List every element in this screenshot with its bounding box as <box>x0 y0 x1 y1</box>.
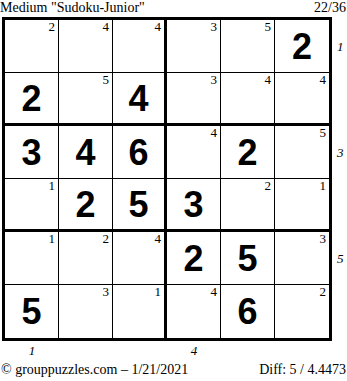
col-label-4: 4 <box>188 343 200 358</box>
big-digit: 3 <box>167 179 220 229</box>
page-footer: © grouppuzzles.com – 1/21/2021 Diff: 5 /… <box>0 362 347 378</box>
cell-r5c5[interactable]: 5 <box>221 232 275 285</box>
cell-r6c2[interactable]: 3 <box>59 285 113 338</box>
cell-r6c4[interactable]: 4 <box>167 285 221 338</box>
cell-r3c3[interactable]: 6 <box>113 126 167 179</box>
board-area: 244352254344346425125321124253531462 135… <box>2 17 332 341</box>
big-digit: 4 <box>113 73 164 123</box>
cell-r5c1[interactable]: 1 <box>5 232 59 285</box>
col-label-1: 1 <box>26 343 38 358</box>
small-mark: 1 <box>49 178 56 194</box>
cell-r5c6[interactable]: 3 <box>275 232 329 285</box>
cell-r1c5[interactable]: 5 <box>221 20 275 73</box>
cell-r1c3[interactable]: 4 <box>113 20 167 73</box>
small-mark: 1 <box>49 231 56 247</box>
cell-r5c3[interactable]: 4 <box>113 232 167 285</box>
small-mark: 4 <box>211 125 218 141</box>
small-mark: 3 <box>320 231 327 247</box>
big-digit: 4 <box>59 126 112 178</box>
big-digit: 2 <box>167 232 220 284</box>
small-mark: 5 <box>320 125 327 141</box>
difficulty-text: Diff: 5 / 4.4473 <box>259 362 346 378</box>
small-mark: 2 <box>103 231 110 247</box>
cell-r3c1[interactable]: 3 <box>5 126 59 179</box>
big-digit: 5 <box>221 232 274 284</box>
cell-r6c3[interactable]: 1 <box>113 285 167 338</box>
row-label-3: 3 <box>337 145 347 160</box>
cell-r5c2[interactable]: 2 <box>59 232 113 285</box>
cell-r6c1[interactable]: 5 <box>5 285 59 338</box>
small-mark: 1 <box>155 284 162 300</box>
cell-r3c5[interactable]: 2 <box>221 126 275 179</box>
cell-r4c3[interactable]: 5 <box>113 179 167 232</box>
cell-r3c4[interactable]: 4 <box>167 126 221 179</box>
cell-r1c2[interactable]: 4 <box>59 20 113 73</box>
cell-r1c6[interactable]: 2 <box>275 20 329 73</box>
cell-r4c1[interactable]: 1 <box>5 179 59 232</box>
big-digit: 2 <box>221 126 274 178</box>
cell-r1c4[interactable]: 3 <box>167 20 221 73</box>
page-header: Medium "Sudoku-Junior" 22/36 <box>0 0 347 16</box>
cell-r6c5[interactable]: 6 <box>221 285 275 338</box>
cell-r4c6[interactable]: 1 <box>275 179 329 232</box>
row-label-5: 5 <box>337 251 347 266</box>
row-label-1: 1 <box>337 39 347 54</box>
big-digit: 2 <box>59 179 112 229</box>
cell-r5c4[interactable]: 2 <box>167 232 221 285</box>
cell-r2c1[interactable]: 2 <box>5 73 59 126</box>
small-mark: 2 <box>320 284 327 300</box>
given-counter: 22/36 <box>314 0 346 16</box>
small-mark: 4 <box>155 19 162 35</box>
big-digit: 5 <box>5 285 58 338</box>
cell-r4c2[interactable]: 2 <box>59 179 113 232</box>
puzzle-title: Medium "Sudoku-Junior" <box>0 0 145 16</box>
small-mark: 4 <box>103 19 110 35</box>
sudoku-board: 244352254344346425125321124253531462 <box>2 17 332 341</box>
small-mark: 2 <box>265 178 272 194</box>
cell-r4c5[interactable]: 2 <box>221 179 275 232</box>
small-mark: 3 <box>103 284 110 300</box>
small-mark: 3 <box>211 72 218 88</box>
small-mark: 4 <box>155 231 162 247</box>
copyright-text: © grouppuzzles.com – 1/21/2021 <box>1 362 188 378</box>
big-digit: 5 <box>113 179 164 229</box>
cell-r2c2[interactable]: 5 <box>59 73 113 126</box>
big-digit: 2 <box>5 73 58 123</box>
small-mark: 4 <box>211 284 218 300</box>
small-mark: 1 <box>320 178 327 194</box>
small-mark: 2 <box>49 19 56 35</box>
cell-r4c4[interactable]: 3 <box>167 179 221 232</box>
cell-r6c6[interactable]: 2 <box>275 285 329 338</box>
cell-r1c1[interactable]: 2 <box>5 20 59 73</box>
big-digit: 6 <box>113 126 164 178</box>
small-mark: 5 <box>265 19 272 35</box>
small-mark: 3 <box>211 19 218 35</box>
cell-r3c6[interactable]: 5 <box>275 126 329 179</box>
cell-r2c6[interactable]: 4 <box>275 73 329 126</box>
big-digit: 2 <box>275 20 329 72</box>
cell-r3c2[interactable]: 4 <box>59 126 113 179</box>
small-mark: 5 <box>103 72 110 88</box>
small-mark: 4 <box>265 72 272 88</box>
cell-r2c4[interactable]: 3 <box>167 73 221 126</box>
small-mark: 4 <box>320 72 327 88</box>
sudoku-page: Medium "Sudoku-Junior" 22/36 24435225434… <box>0 0 347 381</box>
big-digit: 6 <box>221 285 274 338</box>
big-digit: 3 <box>5 126 58 178</box>
cell-r2c3[interactable]: 4 <box>113 73 167 126</box>
cell-r2c5[interactable]: 4 <box>221 73 275 126</box>
